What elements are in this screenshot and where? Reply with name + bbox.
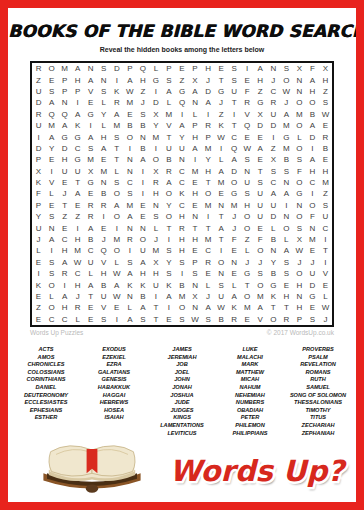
grid-cell: F — [254, 234, 267, 245]
grid-cell: H — [136, 74, 149, 85]
word-list-item: MARK — [217, 361, 283, 369]
grid-cell: E — [32, 291, 45, 302]
grid-cell: L — [45, 188, 58, 199]
grid-cell: C — [228, 131, 241, 142]
grid-cell: B — [175, 279, 188, 290]
grid-cell: S — [45, 211, 58, 222]
grid-cell: A — [306, 120, 319, 131]
grid-cell: V — [45, 177, 58, 188]
word-list-item: JONAH — [149, 384, 215, 392]
word-list-item: LUKE — [217, 346, 283, 354]
grid-cell: M — [84, 154, 97, 165]
grid-cell: I — [32, 268, 45, 279]
grid-cell: K — [110, 86, 123, 97]
grid-cell: P — [202, 131, 215, 142]
grid-cell: X — [189, 291, 202, 302]
grid-cell: N — [97, 74, 110, 85]
grid-cell: S — [110, 177, 123, 188]
grid-cell: C — [267, 177, 280, 188]
grid-cell: S — [97, 314, 110, 325]
word-list-column: ACTSAMOSCHRONICLESCOLOSSIANSCORINTHIANSD… — [12, 346, 80, 437]
grid-cell: E — [84, 302, 97, 313]
grid-cell: T — [58, 200, 71, 211]
grid-cell: J — [319, 314, 332, 325]
grid-cell: U — [32, 222, 45, 233]
grid-cell: I — [110, 314, 123, 325]
grid-cell: E — [71, 200, 84, 211]
grid-cell: N — [123, 154, 136, 165]
grid-cell: C — [71, 143, 84, 154]
grid-cell: H — [175, 211, 188, 222]
grid-cell: O — [293, 177, 306, 188]
grid-cell: D — [254, 120, 267, 131]
grid-cell: A — [306, 154, 319, 165]
grid-cell: I — [228, 109, 241, 120]
grid-cell: A — [123, 314, 136, 325]
grid-cell: C — [319, 222, 332, 233]
grid-cell: I — [45, 245, 58, 256]
grid-cell: G — [84, 109, 97, 120]
grid-cell: G — [267, 279, 280, 290]
grid-cell: U — [267, 200, 280, 211]
grid-cell: N — [280, 211, 293, 222]
grid-cell: W — [110, 268, 123, 279]
grid-cell: P — [293, 314, 306, 325]
grid-cell: Z — [319, 86, 332, 97]
grid-cell: U — [58, 166, 71, 177]
grid-cell: N — [306, 222, 319, 233]
grid-cell: A — [306, 74, 319, 85]
credit-right: © 2017 WordsUp.co.uk — [267, 329, 334, 336]
page-subtitle: Reveal the hidden books among the letter… — [8, 46, 356, 53]
word-list-item: TIMOTHY — [285, 407, 351, 415]
grid-cell: A — [175, 120, 188, 131]
grid-cell: P — [123, 63, 136, 74]
grid-cell: O — [267, 314, 280, 325]
grid-cell: I — [241, 63, 254, 74]
grid-cell: B — [162, 154, 175, 165]
grid-cell: K — [32, 279, 45, 290]
word-list-item: SAMUEL — [285, 384, 351, 392]
grid-cell: Y — [162, 200, 175, 211]
grid-cell: A — [228, 291, 241, 302]
grid-cell: L — [319, 291, 332, 302]
grid-cell: E — [241, 314, 254, 325]
grid-cell: A — [84, 74, 97, 85]
grid-cell: Q — [175, 97, 188, 108]
grid-cell: R — [71, 302, 84, 313]
grid-cell: T — [267, 302, 280, 313]
grid-cell: H — [71, 74, 84, 85]
word-list-item: ESTHER — [13, 414, 79, 422]
grid-cell: S — [45, 257, 58, 268]
grid-cell: J — [228, 211, 241, 222]
grid-cell: H — [97, 131, 110, 142]
grid-cell: I — [110, 222, 123, 233]
grid-cell: I — [319, 257, 332, 268]
grid-cell: O — [254, 245, 267, 256]
word-list-column: JAMESJEREMIAHJOBJOELJOHNJONAHJOSHUAJUDEJ… — [148, 346, 216, 437]
grid-cell: X — [267, 154, 280, 165]
grid-cell: C — [267, 86, 280, 97]
words-up-logo-text: Words Up? — [170, 454, 344, 488]
grid-cell: I — [136, 188, 149, 199]
grid-cell: S — [136, 314, 149, 325]
grid-cell: Y — [162, 257, 175, 268]
grid-cell: J — [215, 97, 228, 108]
grid-cell: S — [45, 268, 58, 279]
grid-cell: A — [280, 188, 293, 199]
grid-cell: A — [254, 302, 267, 313]
grid-cell: A — [45, 234, 58, 245]
grid-cell: A — [123, 268, 136, 279]
grid-cell: I — [162, 302, 175, 313]
grid-cell: E — [84, 314, 97, 325]
grid-cell: I — [110, 74, 123, 85]
grid-cell: O — [280, 222, 293, 233]
grid-cell: A — [280, 245, 293, 256]
grid-cell: P — [162, 63, 175, 74]
grid-cell: M — [175, 291, 188, 302]
grid-cell: O — [293, 211, 306, 222]
grid-cell: E — [189, 245, 202, 256]
grid-cell: L — [162, 97, 175, 108]
grid-cell: I — [306, 188, 319, 199]
word-list-item: ZEPHANIAH — [285, 430, 351, 438]
grid-cell: B — [123, 120, 136, 131]
grid-cell: A — [228, 154, 241, 165]
grid-cell: Q — [97, 245, 110, 256]
grid-cell: N — [215, 268, 228, 279]
grid-cell: D — [267, 211, 280, 222]
word-list-item: NEHEMIAH — [217, 392, 283, 400]
grid-cell: M — [58, 63, 71, 74]
grid-cell: I — [123, 143, 136, 154]
grid-cell: E — [215, 63, 228, 74]
grid-cell: S — [241, 154, 254, 165]
grid-cell: U — [32, 86, 45, 97]
grid-cell: B — [319, 143, 332, 154]
grid-cell: U — [254, 188, 267, 199]
grid-cell: M — [228, 200, 241, 211]
words-up-logo: Words Up? Words Up? — [170, 454, 344, 488]
grid-cell: I — [202, 109, 215, 120]
grid-cell: E — [45, 154, 58, 165]
grid-cell: M — [123, 200, 136, 211]
grid-cell: B — [97, 188, 110, 199]
grid-cell: T — [71, 177, 84, 188]
grid-cell: F — [293, 166, 306, 177]
word-list-item: HAGGAI — [81, 392, 147, 400]
grid-cell: O — [45, 302, 58, 313]
grid-cell: Q — [241, 120, 254, 131]
word-list-item: OBADIAH — [217, 407, 283, 415]
grid-cell: T — [162, 222, 175, 233]
grid-cell: V — [162, 120, 175, 131]
grid-cell: A — [110, 200, 123, 211]
grid-cell: A — [162, 86, 175, 97]
grid-cell: X — [293, 63, 306, 74]
grid-cell: G — [241, 268, 254, 279]
grid-cell: H — [306, 86, 319, 97]
word-list-column: LUKEMALACHIMARKMATTHEWMICAHNAHUMNEHEMIAH… — [216, 346, 284, 437]
grid-cell: I — [175, 268, 188, 279]
grid-cell: H — [280, 291, 293, 302]
grid-cell: M — [97, 166, 110, 177]
grid-cell: L — [97, 120, 110, 131]
grid-cell: H — [293, 302, 306, 313]
grid-cell: U — [149, 279, 162, 290]
word-list-item: JOSHUA — [149, 392, 215, 400]
grid-cell: Z — [319, 188, 332, 199]
grid-cell: O — [306, 200, 319, 211]
grid-cell: N — [280, 177, 293, 188]
grid-cell: A — [71, 188, 84, 199]
grid-cell: I — [45, 166, 58, 177]
grid-cell: H — [241, 200, 254, 211]
grid-cell: T — [215, 234, 228, 245]
credits-row: Words Up Puzzles © 2017 WordsUp.co.uk — [30, 329, 334, 336]
grid-cell: Z — [254, 86, 267, 97]
grid-cell: H — [189, 188, 202, 199]
word-list-item: JOB — [149, 361, 215, 369]
grid-cell: U — [241, 177, 254, 188]
word-list-item: AMOS — [13, 354, 79, 362]
grid-cell: A — [110, 109, 123, 120]
word-list-item: HEBREWS — [81, 399, 147, 407]
grid-cell: I — [84, 120, 97, 131]
grid-cell: O — [293, 268, 306, 279]
grid-cell: S — [45, 86, 58, 97]
grid-cell: D — [110, 63, 123, 74]
grid-cell: R — [241, 97, 254, 108]
grid-cell: U — [228, 86, 241, 97]
grid-cell: K — [162, 279, 175, 290]
grid-cell: Q — [45, 109, 58, 120]
grid-cell: E — [228, 268, 241, 279]
grid-cell: B — [280, 154, 293, 165]
grid-cell: P — [189, 120, 202, 131]
grid-cell: W — [241, 143, 254, 154]
grid-cell: O — [254, 279, 267, 290]
grid-cell: L — [123, 302, 136, 313]
grid-cell: S — [162, 245, 175, 256]
grid-cell: S — [123, 257, 136, 268]
grid-cell: H — [149, 268, 162, 279]
grid-cell: Q — [58, 109, 71, 120]
grid-cell: H — [58, 245, 71, 256]
word-list-item: EXODUS — [81, 346, 147, 354]
grid-cell: R — [149, 177, 162, 188]
grid-cell: L — [97, 97, 110, 108]
word-list-item: PROVERBS — [285, 346, 351, 354]
grid-cell: F — [306, 211, 319, 222]
grid-cell: L — [149, 222, 162, 233]
grid-cell: T — [228, 97, 241, 108]
grid-cell: S — [215, 279, 228, 290]
grid-cell: R — [32, 63, 45, 74]
open-book-illustration — [38, 438, 146, 496]
grid-cell: X — [84, 166, 97, 177]
grid-cell: S — [97, 86, 110, 97]
grid-cell: Y — [202, 154, 215, 165]
grid-cell: B — [84, 234, 97, 245]
grid-cell: N — [58, 97, 71, 108]
grid-cell: T — [202, 222, 215, 233]
grid-cell: T — [280, 302, 293, 313]
grid-cell: N — [84, 63, 97, 74]
grid-cell: S — [162, 268, 175, 279]
grid-cell: U — [306, 268, 319, 279]
grid-cell: H — [71, 279, 84, 290]
grid-cell: W — [319, 302, 332, 313]
grid-cell: U — [71, 166, 84, 177]
grid-cell: S — [228, 63, 241, 74]
grid-cell: E — [254, 131, 267, 142]
grid-cell: S — [202, 314, 215, 325]
grid-cell: C — [58, 314, 71, 325]
grid-cell: M — [189, 166, 202, 177]
word-list-item: GALATIANS — [81, 369, 147, 377]
grid-cell: F — [228, 234, 241, 245]
grid-cell: R — [123, 234, 136, 245]
grid-cell: D — [306, 131, 319, 142]
grid-cell: E — [97, 154, 110, 165]
grid-cell: O — [241, 222, 254, 233]
word-list-item: PHILIPPIANS — [217, 430, 283, 438]
grid-cell: R — [84, 200, 97, 211]
grid-cell: K — [136, 279, 149, 290]
word-list-item: HOSEA — [81, 407, 147, 415]
grid-cell: E — [32, 314, 45, 325]
grid-cell: W — [293, 245, 306, 256]
grid-cell: E — [58, 222, 71, 233]
grid-cell: I — [280, 200, 293, 211]
grid-cell: Z — [58, 211, 71, 222]
word-list-item: THESSALONIANS — [285, 399, 351, 407]
grid-cell: O — [293, 143, 306, 154]
grid-cell: C — [175, 200, 188, 211]
grid-cell: O — [228, 177, 241, 188]
word-list-item: JOEL — [149, 369, 215, 377]
grid-cell: E — [228, 245, 241, 256]
word-list-item: GENESIS — [81, 376, 147, 384]
word-list-item: NAHUM — [217, 384, 283, 392]
word-list-item: EZRA — [81, 361, 147, 369]
word-list-item: NUMBERS — [217, 399, 283, 407]
grid-cell: H — [306, 166, 319, 177]
grid-cell: A — [97, 143, 110, 154]
word-list-item: EZEKIEL — [81, 354, 147, 362]
grid-cell: A — [254, 143, 267, 154]
grid-cell: G — [306, 291, 319, 302]
grid-cell: E — [162, 314, 175, 325]
grid-cell: L — [110, 257, 123, 268]
grid-cell: H — [175, 245, 188, 256]
grid-cell: X — [189, 74, 202, 85]
page-title: BOOKS OF THE BIBLE WORD SEARCH — [8, 21, 356, 41]
grid-cell: X — [149, 166, 162, 177]
grid-cell: N — [241, 166, 254, 177]
grid-cell: O — [280, 74, 293, 85]
grid-cell: V — [97, 302, 110, 313]
grid-cell: E — [280, 279, 293, 290]
grid-cell: G — [293, 188, 306, 199]
grid-cell: Z — [175, 74, 188, 85]
word-list-item: ROMANS — [285, 369, 351, 377]
word-list-item: DANIEL — [13, 384, 79, 392]
grid-cell: L — [71, 314, 84, 325]
grid-cell: X — [32, 166, 45, 177]
grid-cell: A — [202, 97, 215, 108]
grid-cell: J — [241, 257, 254, 268]
grid-cell: A — [45, 131, 58, 142]
word-list-column: EXODUSEZEKIELEZRAGALATIANSGENESISHABAKKU… — [80, 346, 148, 437]
grid-cell: L — [45, 291, 58, 302]
grid-cell: H — [319, 74, 332, 85]
grid-cell: E — [189, 200, 202, 211]
grid-cell: U — [136, 245, 149, 256]
grid-cell: U — [319, 211, 332, 222]
grid-cell: T — [84, 291, 97, 302]
grid-cell: D — [32, 143, 45, 154]
grid-cell: L — [215, 154, 228, 165]
grid-cell: Z — [215, 109, 228, 120]
grid-cell: J — [202, 74, 215, 85]
grid-cell: E — [306, 302, 319, 313]
word-list-item: PSALM — [285, 354, 351, 362]
grid-cell: J — [293, 257, 306, 268]
grid-cell: E — [32, 257, 45, 268]
grid-cell: U — [84, 257, 97, 268]
grid-cell: F — [241, 86, 254, 97]
grid-cell: H — [189, 234, 202, 245]
grid-cell: O — [293, 97, 306, 108]
grid-cell: J — [136, 97, 149, 108]
grid-cell: L — [267, 222, 280, 233]
grid-cell: D — [267, 120, 280, 131]
grid-cell: A — [123, 211, 136, 222]
grid-cell: W — [110, 291, 123, 302]
grid-cell: A — [136, 257, 149, 268]
grid-cell: S — [175, 314, 188, 325]
grid-cell: A — [254, 63, 267, 74]
grid-cell: O — [293, 120, 306, 131]
word-list-item: CORINTHIANS — [13, 376, 79, 384]
grid-cell: H — [71, 234, 84, 245]
grid-cell: L — [228, 279, 241, 290]
grid-cell: W — [280, 86, 293, 97]
grid-cell: N — [175, 154, 188, 165]
grid-cell: X — [149, 257, 162, 268]
grid-cell: R — [32, 109, 45, 120]
grid-cell: T — [110, 143, 123, 154]
grid-cell: H — [189, 131, 202, 142]
grid-cell: G — [58, 131, 71, 142]
grid-cell: S — [136, 109, 149, 120]
grid-cell: Z — [241, 234, 254, 245]
grid-cell: R — [58, 268, 71, 279]
grid-cell: L — [149, 63, 162, 74]
word-list-item: KINGS — [149, 414, 215, 422]
word-list-item: SONG OF SOLOMON — [285, 392, 351, 400]
grid-cell: J — [306, 257, 319, 268]
grid-cell: N — [189, 97, 202, 108]
grid-cell: A — [162, 177, 175, 188]
grid-cell: L — [189, 109, 202, 120]
grid-cell: E — [215, 188, 228, 199]
word-search-board: ROMANSDPQLPEPHESIANSXFXZEPHANIAHGSZXJTSE… — [30, 61, 334, 327]
